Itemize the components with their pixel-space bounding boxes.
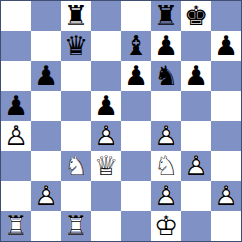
square-c7[interactable]: ♛ <box>61 31 91 61</box>
square-h1[interactable] <box>211 211 241 241</box>
square-c2[interactable] <box>61 181 91 211</box>
piece-black-pawn: ♟ <box>91 91 121 121</box>
black-knight-glyph: ♞ <box>151 61 181 91</box>
white-rook-outline-glyph: ♖ <box>61 211 91 241</box>
white-pawn-outline-glyph: ♙ <box>151 121 181 151</box>
piece-white-queen: ♛♕ <box>91 151 121 181</box>
black-king-glyph: ♚ <box>181 1 211 31</box>
piece-black-pawn: ♟ <box>121 61 151 91</box>
piece-black-knight: ♞ <box>151 61 181 91</box>
square-b4[interactable] <box>31 121 61 151</box>
piece-black-rook: ♜ <box>61 1 91 31</box>
square-c5[interactable] <box>61 91 91 121</box>
square-f8[interactable]: ♜ <box>151 1 181 31</box>
piece-white-knight: ♞♘ <box>151 151 181 181</box>
square-b2[interactable]: ♟♙ <box>31 181 61 211</box>
square-e2[interactable] <box>121 181 151 211</box>
square-a7[interactable] <box>1 31 31 61</box>
square-a2[interactable] <box>1 181 31 211</box>
piece-black-pawn: ♟ <box>151 31 181 61</box>
square-d3[interactable]: ♛♕ <box>91 151 121 181</box>
square-b3[interactable] <box>31 151 61 181</box>
black-rook-glyph: ♜ <box>61 1 91 31</box>
square-f2[interactable]: ♟♙ <box>151 181 181 211</box>
square-b8[interactable] <box>31 1 61 31</box>
black-queen-glyph: ♛ <box>61 31 91 61</box>
square-d4[interactable]: ♟♙ <box>91 121 121 151</box>
square-a1[interactable]: ♜♖ <box>1 211 31 241</box>
square-h8[interactable] <box>211 1 241 31</box>
piece-black-king: ♚ <box>181 1 211 31</box>
piece-white-pawn: ♟♙ <box>151 181 181 211</box>
square-f5[interactable] <box>151 91 181 121</box>
square-h2[interactable]: ♟♙ <box>211 181 241 211</box>
square-h3[interactable] <box>211 151 241 181</box>
white-pawn-outline-glyph: ♙ <box>1 121 31 151</box>
white-pawn-outline-glyph: ♙ <box>181 151 211 181</box>
black-bishop-glyph: ♝ <box>121 31 151 61</box>
square-g3[interactable]: ♟♙ <box>181 151 211 181</box>
square-c8[interactable]: ♜ <box>61 1 91 31</box>
square-h4[interactable] <box>211 121 241 151</box>
square-b7[interactable] <box>31 31 61 61</box>
square-f3[interactable]: ♞♘ <box>151 151 181 181</box>
square-a8[interactable] <box>1 1 31 31</box>
square-d8[interactable] <box>91 1 121 31</box>
square-g2[interactable] <box>181 181 211 211</box>
square-a5[interactable]: ♟ <box>1 91 31 121</box>
white-knight-outline-glyph: ♘ <box>151 151 181 181</box>
square-e4[interactable] <box>121 121 151 151</box>
square-b5[interactable] <box>31 91 61 121</box>
piece-black-queen: ♛ <box>61 31 91 61</box>
white-pawn-outline-glyph: ♙ <box>211 181 241 211</box>
black-pawn-glyph: ♟ <box>181 61 211 91</box>
square-f7[interactable]: ♟ <box>151 31 181 61</box>
square-a6[interactable] <box>1 61 31 91</box>
square-d1[interactable] <box>91 211 121 241</box>
square-g1[interactable] <box>181 211 211 241</box>
square-e3[interactable] <box>121 151 151 181</box>
square-f6[interactable]: ♞ <box>151 61 181 91</box>
square-e1[interactable] <box>121 211 151 241</box>
square-a3[interactable] <box>1 151 31 181</box>
square-d6[interactable] <box>91 61 121 91</box>
piece-black-pawn: ♟ <box>1 91 31 121</box>
square-e8[interactable] <box>121 1 151 31</box>
piece-black-pawn: ♟ <box>211 31 241 61</box>
black-pawn-glyph: ♟ <box>121 61 151 91</box>
square-b1[interactable] <box>31 211 61 241</box>
chess-board: ♜♜♚♛♝♟♟♟♟♞♟♟♟♟♙♟♙♟♙♞♘♛♕♞♘♟♙♟♙♟♙♟♙♜♖♜♖♚♔ <box>0 0 242 242</box>
piece-white-pawn: ♟♙ <box>151 121 181 151</box>
square-g4[interactable] <box>181 121 211 151</box>
piece-black-rook: ♜ <box>151 1 181 31</box>
piece-white-pawn: ♟♙ <box>211 181 241 211</box>
square-c3[interactable]: ♞♘ <box>61 151 91 181</box>
piece-black-bishop: ♝ <box>121 31 151 61</box>
black-pawn-glyph: ♟ <box>31 61 61 91</box>
square-b6[interactable]: ♟ <box>31 61 61 91</box>
black-pawn-glyph: ♟ <box>1 91 31 121</box>
piece-white-rook: ♜♖ <box>1 211 31 241</box>
square-e5[interactable] <box>121 91 151 121</box>
piece-black-pawn: ♟ <box>31 61 61 91</box>
piece-black-pawn: ♟ <box>181 61 211 91</box>
square-f4[interactable]: ♟♙ <box>151 121 181 151</box>
black-pawn-glyph: ♟ <box>151 31 181 61</box>
black-rook-glyph: ♜ <box>151 1 181 31</box>
square-h6[interactable] <box>211 61 241 91</box>
piece-white-pawn: ♟♙ <box>31 181 61 211</box>
square-e7[interactable]: ♝ <box>121 31 151 61</box>
white-pawn-outline-glyph: ♙ <box>31 181 61 211</box>
white-rook-outline-glyph: ♖ <box>1 211 31 241</box>
black-pawn-glyph: ♟ <box>91 91 121 121</box>
square-d2[interactable] <box>91 181 121 211</box>
square-a4[interactable]: ♟♙ <box>1 121 31 151</box>
piece-white-knight: ♞♘ <box>61 151 91 181</box>
piece-white-king: ♚♔ <box>151 211 181 241</box>
square-d7[interactable] <box>91 31 121 61</box>
white-knight-outline-glyph: ♘ <box>61 151 91 181</box>
square-d5[interactable]: ♟ <box>91 91 121 121</box>
square-c1[interactable]: ♜♖ <box>61 211 91 241</box>
square-c6[interactable] <box>61 61 91 91</box>
white-pawn-outline-glyph: ♙ <box>151 181 181 211</box>
square-h5[interactable] <box>211 91 241 121</box>
piece-white-rook: ♜♖ <box>61 211 91 241</box>
square-h7[interactable]: ♟ <box>211 31 241 61</box>
white-pawn-outline-glyph: ♙ <box>91 121 121 151</box>
square-g8[interactable]: ♚ <box>181 1 211 31</box>
chess-diagram: ♜♜♚♛♝♟♟♟♟♞♟♟♟♟♙♟♙♟♙♞♘♛♕♞♘♟♙♟♙♟♙♟♙♜♖♜♖♚♔ <box>0 0 242 242</box>
piece-white-pawn: ♟♙ <box>1 121 31 151</box>
square-g6[interactable]: ♟ <box>181 61 211 91</box>
piece-white-pawn: ♟♙ <box>91 121 121 151</box>
square-c4[interactable] <box>61 121 91 151</box>
square-e6[interactable]: ♟ <box>121 61 151 91</box>
white-queen-outline-glyph: ♕ <box>91 151 121 181</box>
square-g5[interactable] <box>181 91 211 121</box>
black-pawn-glyph: ♟ <box>211 31 241 61</box>
square-g7[interactable] <box>181 31 211 61</box>
white-king-outline-glyph: ♔ <box>151 211 181 241</box>
square-f1[interactable]: ♚♔ <box>151 211 181 241</box>
piece-white-pawn: ♟♙ <box>181 151 211 181</box>
